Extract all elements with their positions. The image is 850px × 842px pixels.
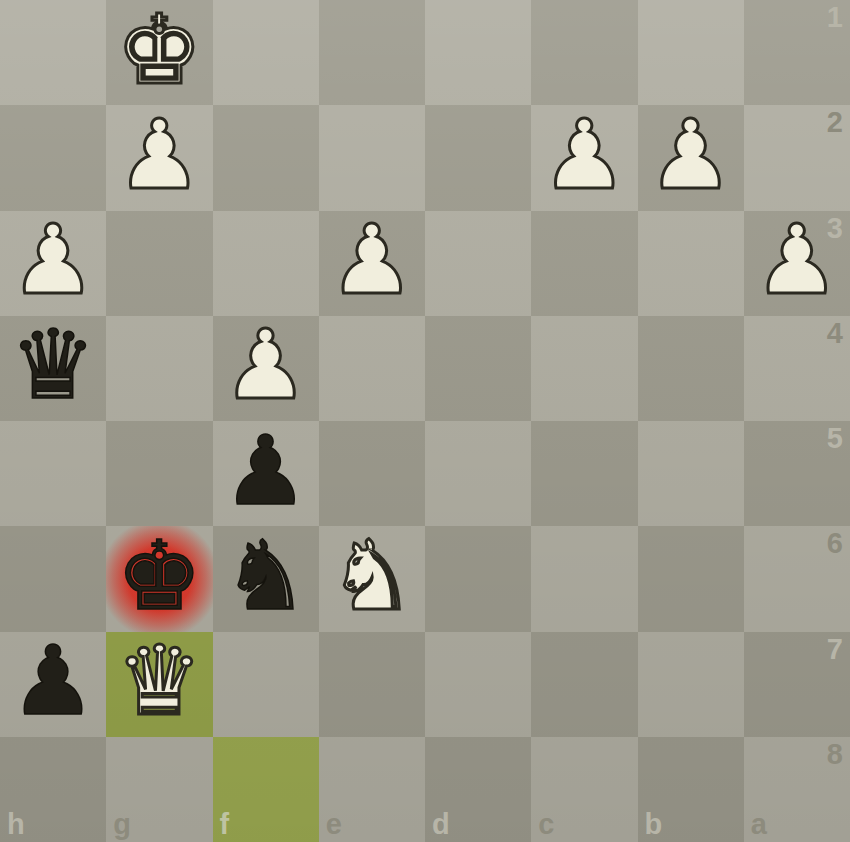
square-g7[interactable]: ♛ <box>106 632 212 737</box>
square-h6[interactable] <box>0 526 106 631</box>
square-f6[interactable]: ♞ <box>213 526 319 631</box>
square-f2[interactable] <box>213 105 319 210</box>
file-label-g: g <box>113 810 131 839</box>
square-c2[interactable]: ♟ <box>531 105 637 210</box>
square-h4[interactable]: ♛ <box>0 316 106 421</box>
black-pawn[interactable]: ♟ <box>223 423 309 519</box>
file-label-e: e <box>326 810 342 839</box>
square-b1[interactable] <box>638 0 744 105</box>
square-c6[interactable] <box>531 526 637 631</box>
square-g3[interactable] <box>106 211 212 316</box>
square-h3[interactable]: ♟ <box>0 211 106 316</box>
white-pawn[interactable]: ♟ <box>10 212 96 308</box>
square-h5[interactable] <box>0 421 106 526</box>
square-e8[interactable]: e <box>319 737 425 842</box>
square-f1[interactable] <box>213 0 319 105</box>
square-d6[interactable] <box>425 526 531 631</box>
square-d8[interactable]: d <box>425 737 531 842</box>
white-queen[interactable]: ♛ <box>116 633 202 729</box>
square-a8[interactable]: a8 <box>744 737 850 842</box>
square-g6[interactable]: ♚ <box>106 526 212 631</box>
square-c8[interactable]: c <box>531 737 637 842</box>
file-label-h: h <box>7 810 25 839</box>
file-label-b: b <box>645 810 663 839</box>
file-label-f: f <box>220 810 230 839</box>
square-b8[interactable]: b <box>638 737 744 842</box>
square-f4[interactable]: ♟ <box>213 316 319 421</box>
white-pawn[interactable]: ♟ <box>223 317 309 413</box>
square-b3[interactable] <box>638 211 744 316</box>
square-b2[interactable]: ♟ <box>638 105 744 210</box>
square-a5[interactable]: 5 <box>744 421 850 526</box>
square-g2[interactable]: ♟ <box>106 105 212 210</box>
square-a3[interactable]: ♟3 <box>744 211 850 316</box>
square-h1[interactable] <box>0 0 106 105</box>
square-c5[interactable] <box>531 421 637 526</box>
square-d5[interactable] <box>425 421 531 526</box>
square-a6[interactable]: 6 <box>744 526 850 631</box>
white-pawn[interactable]: ♟ <box>648 107 734 203</box>
square-d4[interactable] <box>425 316 531 421</box>
square-e1[interactable] <box>319 0 425 105</box>
square-c4[interactable] <box>531 316 637 421</box>
chess-board: ♚1♟♟♟2♟♟♟3♛♟4♟5♚♞♞6♟♛7hgfedcba8 <box>0 0 850 842</box>
file-label-d: d <box>432 810 450 839</box>
square-a4[interactable]: 4 <box>744 316 850 421</box>
square-e3[interactable]: ♟ <box>319 211 425 316</box>
square-f8[interactable]: f <box>213 737 319 842</box>
square-b7[interactable] <box>638 632 744 737</box>
square-e5[interactable] <box>319 421 425 526</box>
square-h2[interactable] <box>0 105 106 210</box>
square-d1[interactable] <box>425 0 531 105</box>
black-pawn[interactable]: ♟ <box>10 633 96 729</box>
square-d2[interactable] <box>425 105 531 210</box>
square-a1[interactable]: 1 <box>744 0 850 105</box>
black-king[interactable]: ♚ <box>116 528 202 624</box>
rank-label-2: 2 <box>827 108 843 137</box>
rank-label-3: 3 <box>827 214 843 243</box>
square-f7[interactable] <box>213 632 319 737</box>
square-g1[interactable]: ♚ <box>106 0 212 105</box>
square-g4[interactable] <box>106 316 212 421</box>
square-g8[interactable]: g <box>106 737 212 842</box>
square-h7[interactable]: ♟ <box>0 632 106 737</box>
square-e6[interactable]: ♞ <box>319 526 425 631</box>
square-a7[interactable]: 7 <box>744 632 850 737</box>
white-pawn[interactable]: ♟ <box>541 107 627 203</box>
square-f5[interactable]: ♟ <box>213 421 319 526</box>
white-king[interactable]: ♚ <box>116 2 202 98</box>
square-a2[interactable]: 2 <box>744 105 850 210</box>
square-c3[interactable] <box>531 211 637 316</box>
square-b4[interactable] <box>638 316 744 421</box>
white-pawn[interactable]: ♟ <box>329 212 415 308</box>
square-f3[interactable] <box>213 211 319 316</box>
rank-label-8: 8 <box>827 740 843 769</box>
rank-label-6: 6 <box>827 529 843 558</box>
square-b5[interactable] <box>638 421 744 526</box>
white-knight[interactable]: ♞ <box>329 528 415 624</box>
file-label-c: c <box>538 810 554 839</box>
white-pawn[interactable]: ♟ <box>116 107 202 203</box>
square-b6[interactable] <box>638 526 744 631</box>
square-e4[interactable] <box>319 316 425 421</box>
square-c1[interactable] <box>531 0 637 105</box>
square-e2[interactable] <box>319 105 425 210</box>
rank-label-5: 5 <box>827 424 843 453</box>
file-label-a: a <box>751 810 767 839</box>
square-d7[interactable] <box>425 632 531 737</box>
square-h8[interactable]: h <box>0 737 106 842</box>
square-g5[interactable] <box>106 421 212 526</box>
square-c7[interactable] <box>531 632 637 737</box>
square-d3[interactable] <box>425 211 531 316</box>
rank-label-7: 7 <box>827 635 843 664</box>
rank-label-1: 1 <box>827 3 843 32</box>
rank-label-4: 4 <box>827 319 843 348</box>
black-queen[interactable]: ♛ <box>10 317 96 413</box>
square-e7[interactable] <box>319 632 425 737</box>
black-knight[interactable]: ♞ <box>223 528 309 624</box>
